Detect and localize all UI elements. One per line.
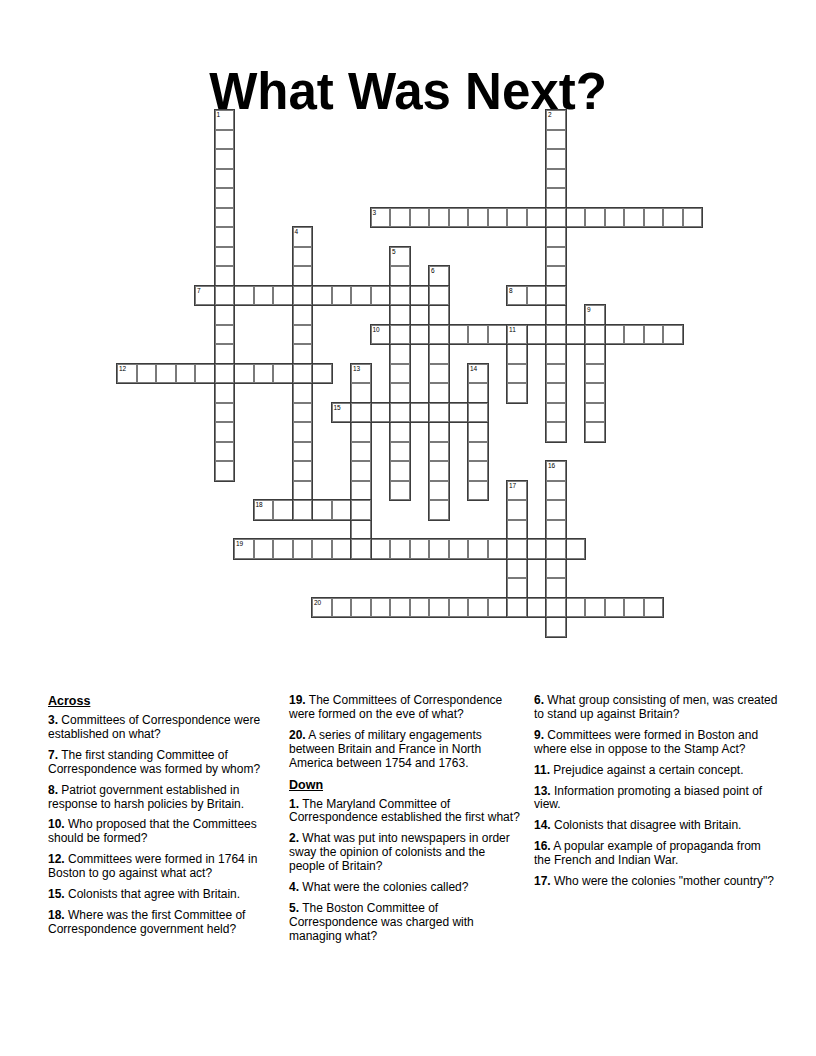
- grid-cell[interactable]: [429, 442, 449, 462]
- clue-1: 1. The Maryland Committee of Corresponde…: [289, 798, 523, 826]
- down-clues-part1: 1. The Maryland Committee of Corresponde…: [289, 798, 523, 944]
- grid-cell[interactable]: [624, 208, 644, 228]
- grid-cell[interactable]: [390, 247, 410, 267]
- grid-cell[interactable]: [527, 325, 547, 345]
- grid-cell[interactable]: [488, 539, 508, 559]
- grid-cell[interactable]: [429, 286, 449, 306]
- clue-13: 13. Information promoting a biased point…: [534, 785, 779, 813]
- clue-num-label: 2.: [289, 831, 299, 845]
- grid-cell[interactable]: [390, 325, 410, 345]
- clue-num-label: 14.: [534, 818, 551, 832]
- grid-cell[interactable]: [390, 422, 410, 442]
- grid-cell[interactable]: [507, 364, 527, 384]
- grid-cell[interactable]: [488, 208, 508, 228]
- grid-cell[interactable]: [429, 344, 449, 364]
- grid-cell[interactable]: [585, 344, 605, 364]
- grid-cell[interactable]: [215, 442, 235, 462]
- grid-cell[interactable]: [351, 364, 371, 384]
- grid-cell[interactable]: [546, 520, 566, 540]
- grid-cell[interactable]: [429, 266, 449, 286]
- grid-cell[interactable]: [293, 364, 313, 384]
- grid-cell[interactable]: [468, 325, 488, 345]
- grid-cell[interactable]: [390, 539, 410, 559]
- grid-cell[interactable]: [468, 481, 488, 501]
- grid-cell[interactable]: [293, 500, 313, 520]
- clue-num-label: 1.: [289, 797, 299, 811]
- grid-cell[interactable]: [585, 305, 605, 325]
- grid-cell[interactable]: [429, 422, 449, 442]
- grid-cell[interactable]: [273, 539, 293, 559]
- grid-cell[interactable]: [546, 403, 566, 423]
- grid-cell[interactable]: [546, 500, 566, 520]
- grid-cell[interactable]: [605, 325, 625, 345]
- grid-cell[interactable]: [351, 286, 371, 306]
- grid-cell[interactable]: [546, 130, 566, 150]
- grid-cell[interactable]: [429, 208, 449, 228]
- grid-cell[interactable]: [371, 403, 391, 423]
- grid-cell[interactable]: [293, 403, 313, 423]
- grid-cell[interactable]: [351, 383, 371, 403]
- grid-cell[interactable]: [254, 539, 274, 559]
- clue-num-label: 19.: [289, 693, 306, 707]
- clue-num-label: 15.: [48, 887, 65, 901]
- grid-cell[interactable]: [390, 383, 410, 403]
- grid-cell[interactable]: [371, 325, 391, 345]
- grid-cell[interactable]: [273, 364, 293, 384]
- grid-cell[interactable]: [644, 325, 664, 345]
- grid-cell[interactable]: [566, 325, 586, 345]
- grid-cell[interactable]: [176, 364, 196, 384]
- grid-cell[interactable]: [215, 149, 235, 169]
- clue-8: 8. Patriot government established in res…: [48, 784, 286, 812]
- grid-cell[interactable]: [371, 286, 391, 306]
- grid-cell[interactable]: [546, 559, 566, 579]
- clue-num-label: 6.: [534, 693, 544, 707]
- grid-cell[interactable]: [507, 578, 527, 598]
- grid-cell[interactable]: [546, 149, 566, 169]
- grid-cell[interactable]: [507, 520, 527, 540]
- grid-cell[interactable]: [293, 539, 313, 559]
- clue-num-label: 7.: [48, 748, 58, 762]
- across-header: Across: [48, 694, 286, 708]
- grid-cell[interactable]: [332, 539, 352, 559]
- grid-cell[interactable]: [351, 442, 371, 462]
- grid-cell[interactable]: [605, 208, 625, 228]
- grid-cell[interactable]: [351, 520, 371, 540]
- grid-cell[interactable]: [546, 208, 566, 228]
- clue-num-label: 18.: [48, 908, 65, 922]
- grid-cell[interactable]: [429, 305, 449, 325]
- grid-cell[interactable]: [546, 598, 566, 618]
- grid-cell[interactable]: [195, 364, 215, 384]
- grid-cell[interactable]: [429, 461, 449, 481]
- clue-10: 10. Who proposed that the Committees sho…: [48, 818, 286, 846]
- grid-cell[interactable]: [468, 422, 488, 442]
- grid-cell[interactable]: [546, 266, 566, 286]
- clue-num-label: 12.: [48, 852, 65, 866]
- clue-16: 16. A popular example of propaganda from…: [534, 840, 779, 868]
- grid-cell[interactable]: [390, 286, 410, 306]
- grid-cell[interactable]: [663, 208, 683, 228]
- grid-cell[interactable]: [449, 598, 469, 618]
- grid-cell[interactable]: [351, 422, 371, 442]
- grid-cell[interactable]: [624, 598, 644, 618]
- grid-cell[interactable]: [683, 208, 703, 228]
- grid-cell[interactable]: [293, 325, 313, 345]
- grid-cell[interactable]: [215, 325, 235, 345]
- grid-cell[interactable]: [215, 422, 235, 442]
- clue-4: 4. What were the colonies called?: [289, 881, 523, 895]
- grid-cell[interactable]: [585, 325, 605, 345]
- across-clues-part2: 19. The Committees of Correspondence wer…: [289, 694, 523, 771]
- grid-cell[interactable]: [468, 364, 488, 384]
- grid-cell[interactable]: [215, 383, 235, 403]
- grid-cell[interactable]: [293, 383, 313, 403]
- clue-num-label: 8.: [48, 783, 58, 797]
- grid-cell[interactable]: [410, 539, 430, 559]
- grid-cell[interactable]: [390, 208, 410, 228]
- grid-cell[interactable]: [429, 598, 449, 618]
- grid-cell[interactable]: [507, 481, 527, 501]
- grid-cell[interactable]: [390, 461, 410, 481]
- grid-cell[interactable]: [507, 208, 527, 228]
- grid-cell[interactable]: [663, 325, 683, 345]
- grid-cell[interactable]: [332, 598, 352, 618]
- grid-cell[interactable]: [546, 188, 566, 208]
- grid-cell[interactable]: [215, 344, 235, 364]
- grid-cell[interactable]: [566, 539, 586, 559]
- grid-cell[interactable]: [644, 598, 664, 618]
- clue-19: 19. The Committees of Correspondence wer…: [289, 694, 523, 722]
- grid-cell[interactable]: [449, 325, 469, 345]
- grid-cell[interactable]: [390, 364, 410, 384]
- grid-cell[interactable]: [117, 364, 137, 384]
- grid-cell[interactable]: [546, 325, 566, 345]
- grid-cell[interactable]: [390, 442, 410, 462]
- grid-cell[interactable]: [293, 422, 313, 442]
- grid-cell[interactable]: [273, 500, 293, 520]
- grid-cell[interactable]: [468, 403, 488, 423]
- down-header: Down: [289, 778, 523, 792]
- grid-cell[interactable]: [488, 325, 508, 345]
- grid-cell[interactable]: [195, 286, 215, 306]
- grid-cell[interactable]: [429, 383, 449, 403]
- grid-cell[interactable]: [527, 286, 547, 306]
- grid-cell[interactable]: [429, 500, 449, 520]
- clue-num-label: 16.: [534, 839, 551, 853]
- grid-cell[interactable]: [273, 286, 293, 306]
- grid-cell[interactable]: [293, 247, 313, 267]
- grid-cell[interactable]: [234, 364, 254, 384]
- grid-cell[interactable]: [429, 403, 449, 423]
- grid-cell[interactable]: [585, 364, 605, 384]
- grid-cell[interactable]: [293, 461, 313, 481]
- grid-cell[interactable]: [215, 286, 235, 306]
- grid-cell[interactable]: [585, 598, 605, 618]
- grid-cell[interactable]: [312, 598, 332, 618]
- grid-cell[interactable]: [215, 169, 235, 189]
- grid-cell[interactable]: [234, 539, 254, 559]
- grid-cell[interactable]: [234, 286, 254, 306]
- clue-6: 6. What group consisting of men, was cre…: [534, 694, 779, 722]
- grid-cell[interactable]: [371, 208, 391, 228]
- grid-cell[interactable]: [449, 403, 469, 423]
- grid-cell[interactable]: [546, 383, 566, 403]
- grid-cell[interactable]: [254, 364, 274, 384]
- clue-9: 9. Committees were formed in Boston and …: [534, 729, 779, 757]
- grid-cell[interactable]: [546, 344, 566, 364]
- grid-cell[interactable]: [507, 559, 527, 579]
- grid-cell[interactable]: [585, 208, 605, 228]
- grid-cell[interactable]: [390, 305, 410, 325]
- clue-num-label: 13.: [534, 784, 551, 798]
- grid-cell[interactable]: [254, 500, 274, 520]
- clue-18: 18. Where was the first Committee of Cor…: [48, 909, 286, 937]
- grid-cell[interactable]: [371, 539, 391, 559]
- grid-cell[interactable]: [410, 325, 430, 345]
- grid-cell[interactable]: [351, 500, 371, 520]
- grid-cell[interactable]: [390, 266, 410, 286]
- grid-cell[interactable]: [332, 500, 352, 520]
- grid-cell[interactable]: [429, 539, 449, 559]
- grid-cell[interactable]: [293, 266, 313, 286]
- grid-cell[interactable]: [429, 364, 449, 384]
- grid-cell[interactable]: [410, 598, 430, 618]
- grid-cell[interactable]: [156, 364, 176, 384]
- grid-cell[interactable]: [546, 227, 566, 247]
- grid-cell[interactable]: [410, 403, 430, 423]
- clue-14: 14. Colonists that disagree with Britain…: [534, 819, 779, 833]
- grid-cell[interactable]: [312, 286, 332, 306]
- grid-cell[interactable]: [215, 461, 235, 481]
- grid-cell[interactable]: [390, 344, 410, 364]
- clue-num-label: 5.: [289, 901, 299, 915]
- grid-cell[interactable]: [293, 286, 313, 306]
- grid-cell[interactable]: [468, 539, 488, 559]
- grid-cell[interactable]: [527, 208, 547, 228]
- grid-cell[interactable]: [507, 325, 527, 345]
- clue-num-label: 9.: [534, 728, 544, 742]
- grid-cell[interactable]: [312, 500, 332, 520]
- grid-cell[interactable]: [585, 383, 605, 403]
- grid-cell[interactable]: [137, 364, 157, 384]
- grid-cell[interactable]: [293, 481, 313, 501]
- grid-cell[interactable]: [546, 539, 566, 559]
- grid-cell[interactable]: [390, 598, 410, 618]
- grid-cell[interactable]: [429, 481, 449, 501]
- grid-cell[interactable]: [351, 461, 371, 481]
- grid-cell[interactable]: [293, 227, 313, 247]
- grid-cell[interactable]: [644, 208, 664, 228]
- down-clues-part2: 6. What group consisting of men, was cre…: [534, 694, 779, 889]
- grid-cell[interactable]: [215, 110, 235, 130]
- grid-cell[interactable]: [546, 247, 566, 267]
- grid-cell[interactable]: [507, 344, 527, 364]
- grid-cell[interactable]: [410, 286, 430, 306]
- grid-cell[interactable]: [605, 598, 625, 618]
- grid-cell[interactable]: [546, 169, 566, 189]
- grid-cell[interactable]: [468, 598, 488, 618]
- grid-cell[interactable]: [507, 286, 527, 306]
- clue-11: 11. Prejudice against a certain concept.: [534, 764, 779, 778]
- grid-cell[interactable]: [371, 598, 391, 618]
- grid-cell[interactable]: [351, 539, 371, 559]
- grid-cell[interactable]: [293, 344, 313, 364]
- clue-2: 2. What was put into newspapers in order…: [289, 832, 523, 874]
- clue-12: 12. Committees were formed in 1764 in Bo…: [48, 853, 286, 881]
- grid-cell[interactable]: [546, 461, 566, 481]
- grid-cell[interactable]: [546, 617, 566, 637]
- grid-cell[interactable]: [624, 325, 644, 345]
- grid-cell[interactable]: [527, 598, 547, 618]
- grid-cell[interactable]: [449, 208, 469, 228]
- grid-cell[interactable]: [351, 598, 371, 618]
- grid-cell[interactable]: [546, 481, 566, 501]
- grid-cell[interactable]: [215, 227, 235, 247]
- grid-cell[interactable]: [546, 578, 566, 598]
- clue-num-label: 20.: [289, 728, 306, 742]
- grid-cell[interactable]: [507, 383, 527, 403]
- grid-cell[interactable]: [254, 286, 274, 306]
- grid-cell[interactable]: [215, 266, 235, 286]
- clue-3: 3. Committees of Correspondence were est…: [48, 714, 286, 742]
- grid-cell[interactable]: [390, 481, 410, 501]
- grid-cell[interactable]: [546, 422, 566, 442]
- grid-cell[interactable]: [215, 403, 235, 423]
- clue-num-label: 3.: [48, 713, 58, 727]
- grid-cell[interactable]: [293, 442, 313, 462]
- grid-cell[interactable]: [332, 286, 352, 306]
- grid-cell[interactable]: [215, 364, 235, 384]
- clue-5: 5. The Boston Committee of Correspondenc…: [289, 902, 523, 944]
- grid-cell[interactable]: [566, 598, 586, 618]
- grid-cell[interactable]: [546, 305, 566, 325]
- grid-cell[interactable]: [546, 110, 566, 130]
- clue-num-label: 17.: [534, 874, 551, 888]
- grid-cell[interactable]: [468, 208, 488, 228]
- grid-cell[interactable]: [566, 208, 586, 228]
- crossword-grid: 3781012151819201245691113141617: [117, 110, 703, 637]
- grid-cell[interactable]: [468, 442, 488, 462]
- clue-15: 15. Colonists that agree with Britain.: [48, 888, 286, 902]
- grid-cell[interactable]: [351, 481, 371, 501]
- clue-num-label: 11.: [534, 763, 550, 777]
- grid-cell[interactable]: [293, 305, 313, 325]
- grid-cell[interactable]: [429, 325, 449, 345]
- grid-cell[interactable]: [449, 539, 469, 559]
- grid-cell[interactable]: [351, 403, 371, 423]
- grid-cell[interactable]: [215, 247, 235, 267]
- grid-cell[interactable]: [332, 403, 352, 423]
- grid-cell[interactable]: [546, 286, 566, 306]
- grid-cell[interactable]: [215, 305, 235, 325]
- grid-cell[interactable]: [585, 403, 605, 423]
- clue-num-label: 4.: [289, 880, 299, 894]
- grid-cell[interactable]: [546, 364, 566, 384]
- grid-cell[interactable]: [507, 598, 527, 618]
- grid-cell[interactable]: [527, 539, 547, 559]
- grid-cell[interactable]: [312, 364, 332, 384]
- clues-column-2: 19. The Committees of Correspondence wer…: [289, 694, 523, 951]
- grid-cell[interactable]: [585, 422, 605, 442]
- grid-cell[interactable]: [507, 500, 527, 520]
- clues-column-1: Across 3. Committees of Correspondence w…: [48, 694, 286, 944]
- clue-num-label: 10.: [48, 817, 65, 831]
- grid-cell[interactable]: [215, 130, 235, 150]
- clue-7: 7. The first standing Committee of Corre…: [48, 749, 286, 777]
- grid-cell[interactable]: [215, 208, 235, 228]
- grid-cell[interactable]: [410, 208, 430, 228]
- grid-cell[interactable]: [312, 539, 332, 559]
- grid-cell[interactable]: [215, 188, 235, 208]
- clue-20: 20. A series of military engagements bet…: [289, 729, 523, 771]
- grid-cell[interactable]: [488, 598, 508, 618]
- grid-cell[interactable]: [468, 383, 488, 403]
- clues-column-3: 6. What group consisting of men, was cre…: [534, 694, 779, 896]
- grid-cell[interactable]: [390, 403, 410, 423]
- grid-cell[interactable]: [468, 461, 488, 481]
- across-clues-part1: 3. Committees of Correspondence were est…: [48, 714, 286, 937]
- grid-cell[interactable]: [507, 539, 527, 559]
- clue-17: 17. Who were the colonies "mother countr…: [534, 875, 779, 889]
